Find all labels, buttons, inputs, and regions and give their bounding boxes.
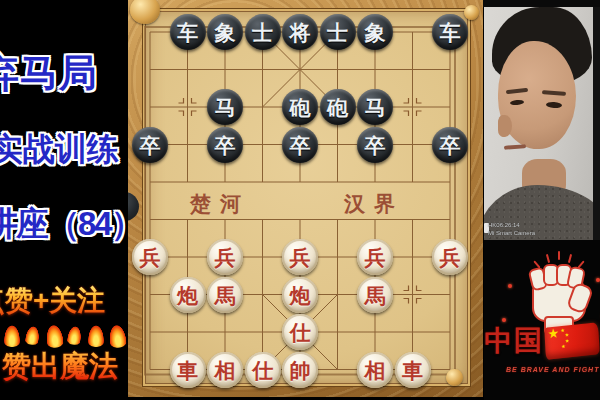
flame-icon [86, 317, 106, 347]
presenter-mouth [504, 144, 526, 150]
piece-black-advisor[interactable]: 士 [320, 14, 356, 50]
like-magic-text: 赞出魔法 [2, 347, 118, 387]
piece-black-soldier[interactable]: 卒 [357, 127, 393, 163]
piece-red-horse[interactable]: 馬 [207, 277, 243, 313]
webcam-edge-strip [593, 7, 600, 240]
piece-red-soldier[interactable]: 兵 [282, 239, 318, 275]
piece-red-advisor[interactable]: 仕 [245, 352, 281, 388]
piece-red-soldier[interactable]: 兵 [357, 239, 393, 275]
piece-red-cannon[interactable]: 炮 [170, 277, 206, 313]
corner-ornament-icon [464, 5, 479, 20]
presenter-nose [498, 115, 512, 137]
camera-watermark: HK06:26:14 Mi Smart Camera [488, 221, 535, 237]
flame-icon [105, 315, 128, 349]
channel-logo-panel: 中国★★★★★象棋 BE BRAVE AND FIGHT [484, 240, 600, 400]
piece-black-soldier[interactable]: 卒 [282, 127, 318, 163]
piece-red-general[interactable]: 帥 [282, 352, 318, 388]
piece-black-horse[interactable]: 马 [357, 89, 393, 125]
piece-black-soldier[interactable]: 卒 [207, 127, 243, 163]
river-label-chu: 楚河 [190, 190, 250, 218]
webcam-view: HK06:26:14 Mi Smart Camera [484, 7, 600, 240]
piece-black-rook[interactable]: 车 [432, 14, 468, 50]
piece-black-horse[interactable]: 马 [207, 89, 243, 125]
piece-red-rook[interactable]: 車 [395, 352, 431, 388]
piece-red-elephant[interactable]: 相 [207, 352, 243, 388]
flame-icon [23, 318, 43, 346]
lecture-number: 讲座（84） [0, 202, 128, 247]
logo-caption: BE BRAVE AND FIGHT [506, 366, 599, 373]
corner-ornament-icon [446, 369, 463, 386]
camera-watermark-device: Mi Smart Camera [488, 229, 535, 237]
flame-icon [42, 315, 67, 349]
piece-red-elephant[interactable]: 相 [357, 352, 393, 388]
xiangqi-board[interactable]: 楚河 汉界 车象士将士象车马砲砲马卒卒卒卒卒兵兵兵兵兵炮馬炮馬仕車相仕帥相車 [128, 0, 483, 397]
piece-black-general[interactable]: 将 [282, 14, 318, 50]
flame-icon [2, 317, 22, 347]
piece-red-soldier[interactable]: 兵 [432, 239, 468, 275]
piece-black-elephant[interactable]: 象 [357, 14, 393, 50]
piece-black-elephant[interactable]: 象 [207, 14, 243, 50]
flame-row [0, 313, 128, 347]
piece-red-cannon[interactable]: 炮 [282, 277, 318, 313]
camera-watermark-time: HK06:26:14 [488, 221, 535, 229]
piece-black-rook[interactable]: 车 [170, 14, 206, 50]
piece-black-soldier[interactable]: 卒 [432, 127, 468, 163]
fist-icon [522, 254, 594, 330]
flame-icon [65, 318, 85, 346]
piece-black-cannon[interactable]: 砲 [282, 89, 318, 125]
piece-red-soldier[interactable]: 兵 [132, 239, 168, 275]
piece-red-advisor[interactable]: 仕 [282, 314, 318, 350]
stream-screen: 弃马局 实战训练 讲座（84） 点赞+关注 赞出魔法 楚河 汉界 车象士将士象车… [0, 0, 600, 400]
top-black-bar [483, 0, 600, 7]
piece-black-advisor[interactable]: 士 [245, 14, 281, 50]
training-title: 实战训练 [0, 128, 119, 172]
lecture-text-panel: 弃马局 实战训练 讲座（84） 点赞+关注 赞出魔法 [0, 0, 128, 400]
opening-title: 弃马局 [0, 48, 98, 99]
piece-red-horse[interactable]: 馬 [357, 277, 393, 313]
china-flag-icon: ★★★★★ [544, 322, 599, 360]
logo-text-row: 中国★★★★★象棋 [484, 322, 600, 362]
piece-red-soldier[interactable]: 兵 [207, 239, 243, 275]
piece-black-cannon[interactable]: 砲 [320, 89, 356, 125]
river-label-han: 汉界 [344, 190, 404, 218]
piece-black-soldier[interactable]: 卒 [132, 127, 168, 163]
logo-text-china: 中国 [484, 322, 544, 360]
piece-red-rook[interactable]: 車 [170, 352, 206, 388]
